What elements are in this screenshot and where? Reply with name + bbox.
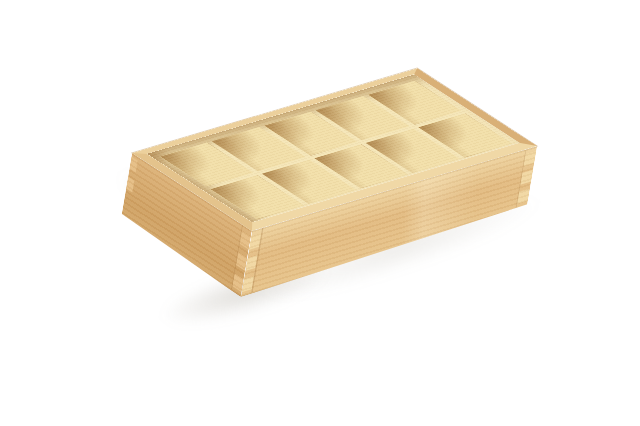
scene — [0, 0, 640, 426]
finger-joint-tab — [126, 177, 134, 193]
wooden-tray — [0, 0, 640, 426]
finger-joint-tab — [129, 157, 137, 173]
